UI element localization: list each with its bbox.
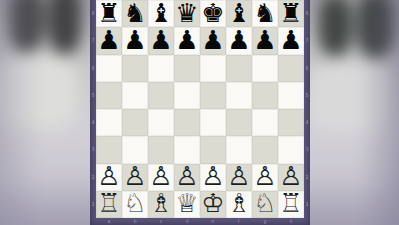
file-label-d: d xyxy=(174,218,200,225)
piece-white-pawn[interactable]: ♙ xyxy=(149,163,172,189)
square-g3[interactable] xyxy=(252,136,278,163)
rank-label-4: 4 xyxy=(304,109,310,136)
square-a5[interactable] xyxy=(96,82,122,109)
square-d6[interactable] xyxy=(174,55,200,82)
square-e7[interactable]: ♟ xyxy=(200,27,226,54)
piece-black-pawn[interactable]: ♟ xyxy=(149,27,172,53)
piece-white-pawn[interactable]: ♙ xyxy=(175,163,198,189)
square-h8[interactable]: ♜ xyxy=(278,0,304,27)
square-b3[interactable] xyxy=(122,136,148,163)
square-g1[interactable]: ♘ xyxy=(252,191,278,218)
chess-board: ♜♞♝♛♚♝♞♜♟♟♟♟♟♟♟♟♙♙♙♙♙♙♙♙♖♘♗♕♔♗♘♖ xyxy=(96,0,304,218)
piece-black-bishop[interactable]: ♝ xyxy=(227,0,250,26)
piece-white-rook[interactable]: ♖ xyxy=(97,190,120,216)
piece-white-king[interactable]: ♔ xyxy=(201,190,224,216)
square-c5[interactable] xyxy=(148,82,174,109)
square-d8[interactable]: ♛ xyxy=(174,0,200,27)
file-label-h: h xyxy=(278,218,304,225)
piece-black-pawn[interactable]: ♟ xyxy=(227,27,250,53)
rank-label-3: 3 xyxy=(304,136,310,163)
rank-label-7: 7 xyxy=(304,27,310,54)
piece-black-pawn[interactable]: ♟ xyxy=(279,27,302,53)
file-label-f: f xyxy=(226,218,252,225)
square-b5[interactable] xyxy=(122,82,148,109)
file-labels-bottom: abcdefgh xyxy=(96,218,304,225)
square-b6[interactable] xyxy=(122,55,148,82)
square-e5[interactable] xyxy=(200,82,226,109)
chess-board-frame: 87654321 ♜♞♝♛♚♝♞♜♟♟♟♟♟♟♟♟♙♙♙♙♙♙♙♙♖♘♗♕♔♗♘… xyxy=(90,0,310,225)
square-h2[interactable]: ♙ xyxy=(278,164,304,191)
piece-black-king[interactable]: ♚ xyxy=(201,0,224,26)
square-b2[interactable]: ♙ xyxy=(122,164,148,191)
piece-white-pawn[interactable]: ♙ xyxy=(97,163,120,189)
square-e6[interactable] xyxy=(200,55,226,82)
file-label-b: b xyxy=(122,218,148,225)
rank-label-6: 6 xyxy=(304,55,310,82)
square-c8[interactable]: ♝ xyxy=(148,0,174,27)
rank-label-5: 5 xyxy=(304,82,310,109)
piece-white-pawn[interactable]: ♙ xyxy=(279,163,302,189)
rank-label-8: 8 xyxy=(304,0,310,27)
square-a8[interactable]: ♜ xyxy=(96,0,122,27)
square-h7[interactable]: ♟ xyxy=(278,27,304,54)
square-f8[interactable]: ♝ xyxy=(226,0,252,27)
square-f6[interactable] xyxy=(226,55,252,82)
file-label-c: c xyxy=(148,218,174,225)
square-a2[interactable]: ♙ xyxy=(96,164,122,191)
square-d1[interactable]: ♕ xyxy=(174,191,200,218)
square-f3[interactable] xyxy=(226,136,252,163)
square-g8[interactable]: ♞ xyxy=(252,0,278,27)
file-label-e: e xyxy=(200,218,226,225)
square-a4[interactable] xyxy=(96,109,122,136)
piece-black-bishop[interactable]: ♝ xyxy=(149,0,172,26)
square-g4[interactable] xyxy=(252,109,278,136)
square-g5[interactable] xyxy=(252,82,278,109)
square-a6[interactable] xyxy=(96,55,122,82)
square-d7[interactable]: ♟ xyxy=(174,27,200,54)
square-a1[interactable]: ♖ xyxy=(96,191,122,218)
square-h3[interactable] xyxy=(278,136,304,163)
square-c7[interactable]: ♟ xyxy=(148,27,174,54)
piece-white-rook[interactable]: ♖ xyxy=(279,190,302,216)
square-f7[interactable]: ♟ xyxy=(226,27,252,54)
piece-white-knight[interactable]: ♘ xyxy=(253,190,276,216)
piece-black-rook[interactable]: ♜ xyxy=(279,0,302,26)
square-f5[interactable] xyxy=(226,82,252,109)
square-a7[interactable]: ♟ xyxy=(96,27,122,54)
square-b7[interactable]: ♟ xyxy=(122,27,148,54)
piece-black-knight[interactable]: ♞ xyxy=(253,0,276,26)
square-f4[interactable] xyxy=(226,109,252,136)
app-canvas: 87654321 ♜♞♝♛♚♝♞♜♟♟♟♟♟♟♟♟♙♙♙♙♙♙♙♙♖♘♗♕♔♗♘… xyxy=(0,0,399,225)
file-label-a: a xyxy=(96,218,122,225)
piece-black-pawn[interactable]: ♟ xyxy=(123,27,146,53)
piece-black-pawn[interactable]: ♟ xyxy=(201,27,224,53)
piece-black-queen[interactable]: ♛ xyxy=(175,0,198,26)
square-f1[interactable]: ♗ xyxy=(226,191,252,218)
piece-black-knight[interactable]: ♞ xyxy=(123,0,146,26)
square-d2[interactable]: ♙ xyxy=(174,164,200,191)
square-b4[interactable] xyxy=(122,109,148,136)
piece-white-bishop[interactable]: ♗ xyxy=(227,190,250,216)
rank-label-1: 1 xyxy=(304,191,310,218)
file-label-g: g xyxy=(252,218,278,225)
piece-white-knight[interactable]: ♘ xyxy=(123,190,146,216)
square-e2[interactable]: ♙ xyxy=(200,164,226,191)
square-h1[interactable]: ♖ xyxy=(278,191,304,218)
square-e3[interactable] xyxy=(200,136,226,163)
square-d5[interactable] xyxy=(174,82,200,109)
square-h6[interactable] xyxy=(278,55,304,82)
square-e4[interactable] xyxy=(200,109,226,136)
square-d3[interactable] xyxy=(174,136,200,163)
piece-white-queen[interactable]: ♕ xyxy=(175,190,198,216)
piece-white-pawn[interactable]: ♙ xyxy=(201,163,224,189)
piece-black-pawn[interactable]: ♟ xyxy=(175,27,198,53)
square-b1[interactable]: ♘ xyxy=(122,191,148,218)
square-c3[interactable] xyxy=(148,136,174,163)
square-b8[interactable]: ♞ xyxy=(122,0,148,27)
square-c4[interactable] xyxy=(148,109,174,136)
square-e8[interactable]: ♚ xyxy=(200,0,226,27)
square-c6[interactable] xyxy=(148,55,174,82)
square-c1[interactable]: ♗ xyxy=(148,191,174,218)
square-a3[interactable] xyxy=(96,136,122,163)
square-g2[interactable]: ♙ xyxy=(252,164,278,191)
piece-black-pawn[interactable]: ♟ xyxy=(253,27,276,53)
rank-labels-right: 87654321 xyxy=(304,0,310,218)
piece-black-rook[interactable]: ♜ xyxy=(97,0,120,26)
piece-white-bishop[interactable]: ♗ xyxy=(149,190,172,216)
piece-black-pawn[interactable]: ♟ xyxy=(97,27,120,53)
square-e1[interactable]: ♔ xyxy=(200,191,226,218)
square-h5[interactable] xyxy=(278,82,304,109)
square-g6[interactable] xyxy=(252,55,278,82)
square-d4[interactable] xyxy=(174,109,200,136)
square-c2[interactable]: ♙ xyxy=(148,164,174,191)
square-g7[interactable]: ♟ xyxy=(252,27,278,54)
piece-white-pawn[interactable]: ♙ xyxy=(253,163,276,189)
square-f2[interactable]: ♙ xyxy=(226,164,252,191)
piece-white-pawn[interactable]: ♙ xyxy=(123,163,146,189)
piece-white-pawn[interactable]: ♙ xyxy=(227,163,250,189)
square-h4[interactable] xyxy=(278,109,304,136)
rank-label-2: 2 xyxy=(304,164,310,191)
